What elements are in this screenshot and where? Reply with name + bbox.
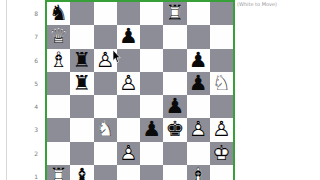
square-e3[interactable]: ♟	[140, 118, 163, 141]
square-f7[interactable]	[163, 25, 186, 48]
black-piece-glyph: ♟	[163, 95, 186, 118]
square-g4[interactable]	[187, 95, 210, 118]
square-b4[interactable]	[70, 95, 93, 118]
piece-white-pawn: ♟♙	[210, 118, 233, 141]
piece-black-bishop: ♝	[70, 165, 93, 180]
piece-white-pawn: ♟♙	[117, 142, 140, 165]
square-e5[interactable]	[140, 72, 163, 95]
square-d1[interactable]	[117, 165, 140, 180]
square-b1[interactable]: ♝	[70, 165, 93, 180]
square-f3[interactable]: ♚	[163, 118, 186, 141]
piece-white-king: ♚♔	[210, 142, 233, 165]
white-piece-outline: ♙	[210, 118, 233, 141]
piece-white-rook: ♜♖	[47, 165, 70, 180]
white-piece-outline: ♘	[94, 118, 117, 141]
square-g7[interactable]	[187, 25, 210, 48]
square-a7[interactable]: ♛♕	[47, 25, 70, 48]
white-piece-outline: ♖	[47, 165, 70, 180]
square-d8[interactable]	[117, 2, 140, 25]
piece-white-pawn: ♟♙	[187, 118, 210, 141]
side-to-move-label: (White to Move)	[237, 1, 277, 7]
square-c1[interactable]	[94, 165, 117, 180]
rank-label-5: 5	[0, 72, 38, 95]
square-a6[interactable]: ♝♗	[47, 49, 70, 72]
square-h1[interactable]	[210, 165, 233, 180]
square-d4[interactable]	[117, 95, 140, 118]
square-h2[interactable]: ♚♔	[210, 142, 233, 165]
square-a8[interactable]: ♞	[47, 2, 70, 25]
square-b2[interactable]	[70, 142, 93, 165]
black-piece-glyph: ♟	[187, 72, 210, 95]
square-e6[interactable]	[140, 49, 163, 72]
square-h7[interactable]	[210, 25, 233, 48]
piece-black-king: ♚	[163, 118, 186, 141]
square-g6[interactable]: ♟	[187, 49, 210, 72]
square-f2[interactable]	[163, 142, 186, 165]
rank-label-2: 2	[0, 142, 38, 165]
square-c3[interactable]: ♞♘	[94, 118, 117, 141]
black-piece-glyph: ♟	[140, 118, 163, 141]
square-c2[interactable]	[94, 142, 117, 165]
rank-label-6: 6	[0, 49, 38, 72]
square-c8[interactable]	[94, 2, 117, 25]
square-h3[interactable]: ♟♙	[210, 118, 233, 141]
square-b8[interactable]	[70, 2, 93, 25]
square-b5[interactable]: ♜	[70, 72, 93, 95]
black-piece-glyph: ♝	[70, 165, 93, 180]
square-d2[interactable]: ♟♙	[117, 142, 140, 165]
piece-black-pawn: ♟	[187, 72, 210, 95]
white-piece-outline: ♔	[210, 142, 233, 165]
black-piece-glyph: ♜	[70, 49, 93, 72]
square-c7[interactable]	[94, 25, 117, 48]
piece-black-pawn: ♟	[140, 118, 163, 141]
square-c5[interactable]	[94, 72, 117, 95]
white-piece-outline: ♗	[47, 49, 70, 72]
square-g5[interactable]: ♟	[187, 72, 210, 95]
square-h4[interactable]	[210, 95, 233, 118]
black-piece-glyph: ♞	[47, 2, 70, 25]
white-piece-outline: ♕	[47, 25, 70, 48]
rank-labels: 87654321	[0, 0, 41, 180]
white-piece-outline: ♗	[187, 165, 210, 180]
square-h5[interactable]: ♞♘	[210, 72, 233, 95]
square-f6[interactable]	[163, 49, 186, 72]
square-f4[interactable]: ♟	[163, 95, 186, 118]
square-g1[interactable]: ♝♗	[187, 165, 210, 180]
white-piece-outline: ♙	[117, 142, 140, 165]
white-piece-outline: ♙	[187, 118, 210, 141]
square-e4[interactable]	[140, 95, 163, 118]
piece-white-knight: ♞♘	[210, 72, 233, 95]
black-piece-glyph: ♜	[70, 72, 93, 95]
square-h8[interactable]	[210, 2, 233, 25]
square-f5[interactable]	[163, 72, 186, 95]
mouse-cursor-icon	[112, 50, 121, 63]
piece-white-knight: ♞♘	[94, 118, 117, 141]
rank-label-4: 4	[0, 95, 38, 118]
square-c4[interactable]	[94, 95, 117, 118]
square-e1[interactable]	[140, 165, 163, 180]
app-window: 87654321 ♞♜♖♛♕♟♝♗♜♟♙♟♜♟♙♟♞♘♟♞♘♟♚♟♙♟♙♟♙♚♔…	[0, 0, 320, 180]
square-a4[interactable]	[47, 95, 70, 118]
piece-white-bishop: ♝♗	[47, 49, 70, 72]
piece-white-bishop: ♝♗	[187, 165, 210, 180]
rank-label-3: 3	[0, 118, 38, 141]
square-d5[interactable]: ♟♙	[117, 72, 140, 95]
square-a2[interactable]	[47, 142, 70, 165]
white-piece-outline: ♖	[163, 2, 186, 25]
square-g8[interactable]	[187, 2, 210, 25]
rank-label-7: 7	[0, 25, 38, 48]
piece-black-knight: ♞	[47, 2, 70, 25]
square-d3[interactable]	[117, 118, 140, 141]
piece-black-rook: ♜	[70, 72, 93, 95]
square-a5[interactable]	[47, 72, 70, 95]
square-e8[interactable]	[140, 2, 163, 25]
square-b6[interactable]: ♜	[70, 49, 93, 72]
black-piece-glyph: ♟	[117, 25, 140, 48]
piece-black-pawn: ♟	[117, 25, 140, 48]
piece-white-queen: ♛♕	[47, 25, 70, 48]
chess-board: ♞♜♖♛♕♟♝♗♜♟♙♟♜♟♙♟♞♘♟♞♘♟♚♟♙♟♙♟♙♚♔♜♖♝♝♗	[45, 0, 235, 180]
white-piece-outline: ♘	[210, 72, 233, 95]
square-h6[interactable]	[210, 49, 233, 72]
rank-label-1: 1	[0, 165, 38, 180]
square-e7[interactable]	[140, 25, 163, 48]
square-b3[interactable]	[70, 118, 93, 141]
piece-black-pawn: ♟	[163, 95, 186, 118]
black-piece-glyph: ♚	[163, 118, 186, 141]
square-a3[interactable]	[47, 118, 70, 141]
piece-black-pawn: ♟	[187, 49, 210, 72]
square-f8[interactable]: ♜♖	[163, 2, 186, 25]
square-g3[interactable]: ♟♙	[187, 118, 210, 141]
square-e2[interactable]	[140, 142, 163, 165]
square-g2[interactable]	[187, 142, 210, 165]
square-d7[interactable]: ♟	[117, 25, 140, 48]
piece-white-pawn: ♟♙	[117, 72, 140, 95]
white-piece-outline: ♙	[117, 72, 140, 95]
piece-white-rook: ♜♖	[163, 2, 186, 25]
square-b7[interactable]	[70, 25, 93, 48]
rank-label-8: 8	[0, 2, 38, 25]
piece-black-rook: ♜	[70, 49, 93, 72]
square-a1[interactable]: ♜♖	[47, 165, 70, 180]
black-piece-glyph: ♟	[187, 49, 210, 72]
square-f1[interactable]	[163, 165, 186, 180]
